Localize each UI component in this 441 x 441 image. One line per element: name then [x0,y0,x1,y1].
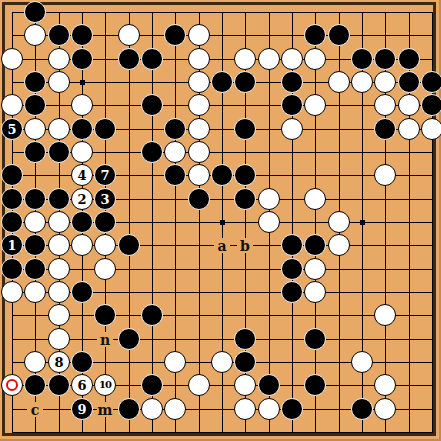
black-stone [141,141,163,163]
black-stone [1,211,23,233]
black-stone [328,24,350,46]
white-stone [71,234,93,256]
star-point [80,80,85,85]
black-stone [164,118,186,140]
black-stone [24,141,46,163]
white-stone [24,118,46,140]
move-number: 7 [100,169,109,182]
white-stone [258,188,280,210]
white-stone-move-2: 2 [71,188,93,210]
white-stone [188,374,210,396]
white-stone [304,281,326,303]
move-number: 10 [99,380,111,390]
black-stone [164,164,186,186]
black-stone [1,188,23,210]
go-board: 547231abn8610c9m [0,0,441,441]
white-stone [164,398,186,420]
white-stone [141,398,163,420]
white-stone-circle-marked [1,374,23,396]
black-stone [48,374,70,396]
black-stone [71,48,93,70]
black-stone [94,211,116,233]
white-stone [328,234,350,256]
black-stone [211,164,233,186]
black-stone [24,188,46,210]
black-stone [234,71,256,93]
black-stone [118,398,140,420]
white-stone [374,71,396,93]
star-point [220,220,225,225]
black-stone [421,94,441,116]
white-stone [351,351,373,373]
black-stone [421,71,441,93]
black-stone [48,141,70,163]
white-stone [258,48,280,70]
black-stone-move-1: 1 [1,234,23,256]
black-stone [234,164,256,186]
white-stone [421,118,441,140]
black-stone [398,71,420,93]
white-stone [281,48,303,70]
white-stone [48,118,70,140]
black-stone [141,48,163,70]
white-stone [94,234,116,256]
grid-line-horizontal [12,269,433,270]
black-stone [48,24,70,46]
white-stone [351,71,373,93]
white-stone [71,141,93,163]
move-number: 6 [77,379,86,392]
white-stone-move-10: 10 [94,374,116,396]
black-stone [374,48,396,70]
white-stone [211,351,233,373]
white-stone [48,258,70,280]
white-stone [304,188,326,210]
black-stone [1,258,23,280]
move-number: 3 [100,193,109,206]
white-stone [234,398,256,420]
white-stone-move-4: 4 [71,164,93,186]
board-label-c: c [27,402,43,417]
black-stone [24,234,46,256]
black-stone [374,118,396,140]
white-stone [328,71,350,93]
white-stone [1,48,23,70]
white-stone [1,281,23,303]
black-stone [24,94,46,116]
white-stone [374,374,396,396]
grid-line-horizontal [12,315,433,316]
white-stone [234,48,256,70]
grid-line-horizontal [12,339,433,340]
white-stone [304,94,326,116]
black-stone [24,258,46,280]
board-label-a: a [214,238,230,253]
move-number: 9 [77,403,86,416]
board-label-b: b [237,238,253,253]
white-stone [234,374,256,396]
black-stone [211,71,233,93]
white-stone [48,328,70,350]
white-stone [164,351,186,373]
black-stone [304,24,326,46]
move-number: 8 [54,356,63,369]
white-stone [188,118,210,140]
white-stone [48,234,70,256]
black-stone [234,188,256,210]
white-stone [188,24,210,46]
white-stone [48,281,70,303]
white-stone [188,164,210,186]
black-stone [304,328,326,350]
white-stone [71,94,93,116]
white-stone [24,281,46,303]
move-number: 5 [7,123,16,136]
black-stone [281,281,303,303]
white-stone [304,258,326,280]
black-stone-move-7: 7 [94,164,116,186]
black-stone [71,211,93,233]
star-point [360,220,365,225]
black-stone-move-9: 9 [71,398,93,420]
white-stone [188,71,210,93]
black-stone-move-3: 3 [94,188,116,210]
move-number: 2 [77,193,86,206]
white-stone [188,48,210,70]
black-stone [24,1,46,23]
white-stone [118,24,140,46]
move-number: 4 [77,169,86,182]
black-stone [118,234,140,256]
white-stone [48,71,70,93]
black-stone [281,94,303,116]
board-label-m: m [97,402,113,417]
board-label-n: n [97,332,113,347]
white-stone [1,94,23,116]
black-stone [281,71,303,93]
move-number: 1 [7,239,16,252]
black-stone [71,118,93,140]
black-stone [24,374,46,396]
black-stone [24,71,46,93]
grid-line-vertical [315,12,316,433]
white-stone [48,48,70,70]
black-stone [281,234,303,256]
black-stone [398,48,420,70]
white-stone-move-6: 6 [71,374,93,396]
white-stone [281,118,303,140]
white-stone [398,94,420,116]
white-stone [48,304,70,326]
white-stone [94,258,116,280]
black-stone-move-5: 5 [1,118,23,140]
black-stone [304,374,326,396]
white-stone [258,398,280,420]
black-stone [188,188,210,210]
black-stone [164,24,186,46]
black-stone [118,48,140,70]
white-stone [188,141,210,163]
black-stone [281,258,303,280]
black-stone [118,328,140,350]
black-stone [1,164,23,186]
black-stone [71,281,93,303]
white-stone [24,351,46,373]
white-stone [258,211,280,233]
white-stone [374,304,396,326]
black-stone [141,94,163,116]
black-stone [71,351,93,373]
white-stone [24,211,46,233]
grid-line-horizontal [12,432,433,433]
black-stone [48,188,70,210]
black-stone [234,118,256,140]
black-stone [234,351,256,373]
white-stone [304,48,326,70]
black-stone [258,374,280,396]
white-stone [48,211,70,233]
white-stone [374,398,396,420]
black-stone [71,24,93,46]
black-stone [281,398,303,420]
white-stone [188,94,210,116]
circle-mark [6,379,18,391]
black-stone [94,304,116,326]
white-stone [24,24,46,46]
black-stone [304,234,326,256]
white-stone-move-8: 8 [48,351,70,373]
white-stone [328,211,350,233]
white-stone [374,94,396,116]
black-stone [351,398,373,420]
white-stone [374,164,396,186]
black-stone [141,304,163,326]
black-stone [351,48,373,70]
white-stone [164,141,186,163]
black-stone [234,328,256,350]
black-stone [141,374,163,396]
white-stone [398,118,420,140]
black-stone [94,118,116,140]
